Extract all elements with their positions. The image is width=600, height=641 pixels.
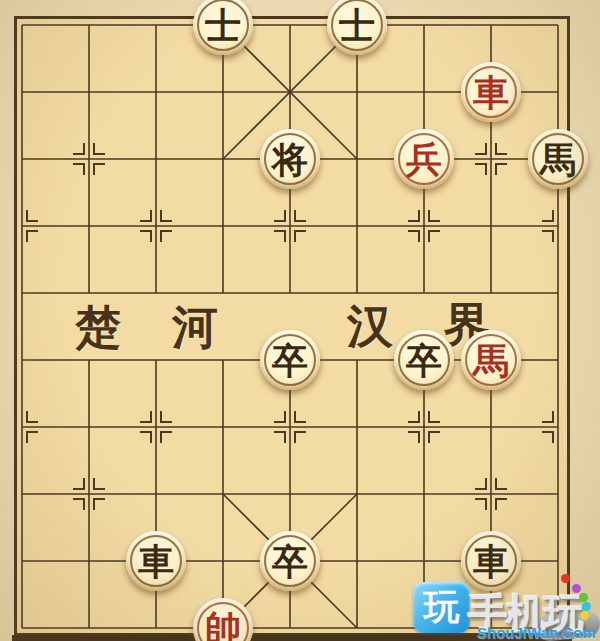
black-soldier[interactable]: 卒 xyxy=(391,327,458,394)
black-general[interactable]: 将 xyxy=(257,126,324,193)
pieces-grid: 士士車将兵馬卒卒馬車卒車帥 xyxy=(0,0,592,641)
piece-disc: 車 xyxy=(126,531,186,591)
piece-disc: 馬 xyxy=(461,330,521,390)
piece-disc: 馬 xyxy=(528,129,588,189)
piece-glyph: 車 xyxy=(473,543,509,579)
piece-glyph: 馬 xyxy=(540,141,576,177)
black-chariot[interactable]: 車 xyxy=(123,528,190,595)
piece-disc: 車 xyxy=(461,62,521,122)
piece-glyph: 車 xyxy=(473,74,509,110)
black-chariot[interactable]: 車 xyxy=(458,528,525,595)
piece-disc: 卒 xyxy=(260,330,320,390)
piece-glyph: 士 xyxy=(339,7,375,43)
piece-glyph: 兵 xyxy=(406,141,442,177)
red-general[interactable]: 帥 xyxy=(190,595,257,641)
piece-disc: 将 xyxy=(260,129,320,189)
piece-disc: 兵 xyxy=(394,129,454,189)
red-chariot[interactable]: 車 xyxy=(458,59,525,126)
piece-disc: 士 xyxy=(193,0,253,55)
black-soldier[interactable]: 卒 xyxy=(257,327,324,394)
black-advisor[interactable]: 士 xyxy=(190,0,257,59)
red-soldier[interactable]: 兵 xyxy=(391,126,458,193)
black-advisor[interactable]: 士 xyxy=(324,0,391,59)
piece-glyph: 卒 xyxy=(272,543,308,579)
piece-disc: 卒 xyxy=(394,330,454,390)
piece-glyph: 将 xyxy=(272,141,308,177)
piece-disc: 車 xyxy=(461,531,521,591)
piece-disc: 帥 xyxy=(193,598,253,641)
piece-glyph: 士 xyxy=(205,7,241,43)
piece-disc: 卒 xyxy=(260,531,320,591)
xiangqi-board: 楚 河 汉 界 士士車将兵馬卒卒馬車卒車帥 玩 手机玩 ShouJiWan.Co… xyxy=(0,0,600,641)
piece-glyph: 車 xyxy=(138,543,174,579)
red-horse[interactable]: 馬 xyxy=(458,327,525,394)
piece-disc: 士 xyxy=(327,0,387,55)
piece-glyph: 帥 xyxy=(205,610,241,641)
piece-glyph: 卒 xyxy=(272,342,308,378)
piece-glyph: 卒 xyxy=(406,342,442,378)
black-horse[interactable]: 馬 xyxy=(525,126,592,193)
piece-glyph: 馬 xyxy=(473,342,509,378)
black-soldier[interactable]: 卒 xyxy=(257,528,324,595)
